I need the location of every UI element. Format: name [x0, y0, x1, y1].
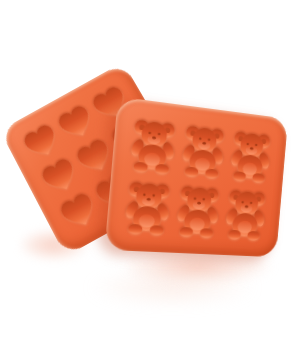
teddy-bear-cavity [123, 178, 173, 235]
product-photo-stage [0, 0, 300, 348]
teddy-bear-shape-icon [175, 183, 222, 239]
teddy-bear-shape-icon [129, 116, 178, 175]
heart-cavity [38, 154, 83, 198]
teddy-bear-cavity [223, 187, 267, 241]
reflection-under-bear-mold [108, 250, 300, 298]
heart-shape-icon [56, 189, 101, 234]
heart-shape-icon [54, 102, 98, 145]
heart-cavity [56, 189, 101, 234]
bear-mold-tray [104, 97, 288, 258]
teddy-bear-shape-icon [180, 122, 227, 179]
teddy-bear-shape-icon [228, 128, 272, 184]
heart-shape-icon [20, 121, 64, 164]
teddy-bear-cavity [180, 122, 227, 179]
teddy-bear-cavity [228, 128, 272, 184]
heart-cavity [54, 102, 98, 145]
teddy-bear-shape-icon [123, 178, 173, 235]
teddy-bear-cavity [175, 183, 222, 239]
heart-shape-icon [38, 154, 83, 198]
bear-cavity-grid [119, 112, 275, 245]
teddy-bear-shape-icon [223, 187, 267, 241]
heart-cavity [20, 121, 64, 164]
teddy-bear-cavity [129, 116, 178, 175]
